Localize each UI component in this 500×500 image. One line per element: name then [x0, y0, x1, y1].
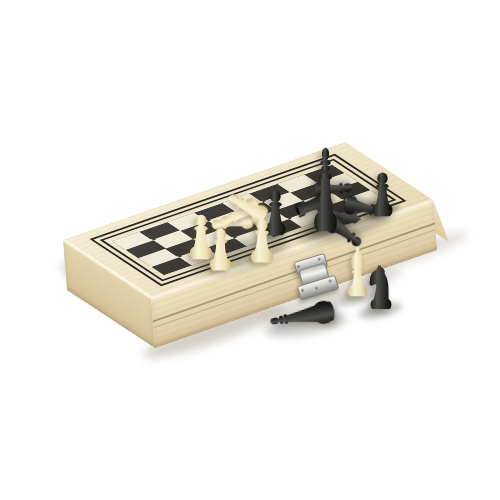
product-photo-chess-box — [0, 0, 500, 500]
black-king-standing — [310, 146, 341, 234]
black-knight-offboard — [366, 262, 393, 311]
black-pawn-standing-right — [369, 170, 396, 219]
cream-pawn-standing-2 — [206, 226, 235, 273]
cream-pawn-standing-3 — [247, 217, 277, 265]
